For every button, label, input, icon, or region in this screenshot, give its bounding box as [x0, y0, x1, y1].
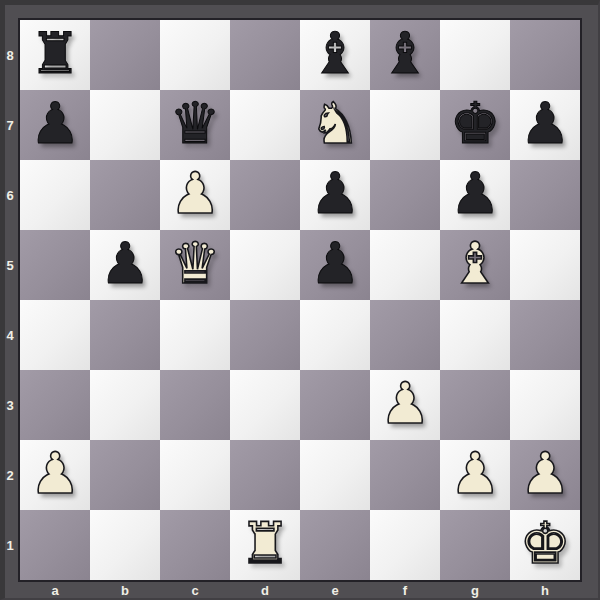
square-g4[interactable] — [440, 300, 510, 370]
square-c3[interactable] — [160, 370, 230, 440]
rank-labels: 87654321 — [0, 20, 20, 580]
square-d4[interactable] — [230, 300, 300, 370]
square-c1[interactable] — [160, 510, 230, 580]
square-a6[interactable] — [20, 160, 90, 230]
square-c5[interactable]: ♛ — [160, 230, 230, 300]
square-b1[interactable] — [90, 510, 160, 580]
square-h4[interactable] — [510, 300, 580, 370]
square-f2[interactable] — [370, 440, 440, 510]
file-labels: abcdefgh — [20, 580, 580, 600]
piece-white-knight: ♞ — [300, 88, 370, 158]
square-h5[interactable] — [510, 230, 580, 300]
square-b8[interactable] — [90, 20, 160, 90]
piece-white-pawn: ♟ — [440, 438, 510, 508]
square-f1[interactable] — [370, 510, 440, 580]
square-a5[interactable] — [20, 230, 90, 300]
square-f7[interactable] — [370, 90, 440, 160]
piece-black-queen: ♛ — [160, 88, 230, 158]
square-d2[interactable] — [230, 440, 300, 510]
file-label: d — [230, 580, 300, 600]
square-d3[interactable] — [230, 370, 300, 440]
file-label: f — [370, 580, 440, 600]
rank-label: 8 — [0, 20, 20, 90]
square-a4[interactable] — [20, 300, 90, 370]
piece-white-rook: ♜ — [230, 508, 300, 578]
square-h7[interactable]: ♟ — [510, 90, 580, 160]
piece-white-pawn: ♟ — [510, 438, 580, 508]
piece-black-king: ♚ — [440, 88, 510, 158]
square-h6[interactable] — [510, 160, 580, 230]
square-e2[interactable] — [300, 440, 370, 510]
square-f3[interactable]: ♟ — [370, 370, 440, 440]
piece-white-queen: ♛ — [160, 228, 230, 298]
piece-black-bishop: ♝ — [300, 18, 370, 88]
square-f8[interactable]: ♝ — [370, 20, 440, 90]
square-c2[interactable] — [160, 440, 230, 510]
square-b4[interactable] — [90, 300, 160, 370]
square-g3[interactable] — [440, 370, 510, 440]
square-g5[interactable]: ♝ — [440, 230, 510, 300]
square-d6[interactable] — [230, 160, 300, 230]
square-d5[interactable] — [230, 230, 300, 300]
rank-label: 4 — [0, 300, 20, 370]
square-b2[interactable] — [90, 440, 160, 510]
square-d1[interactable]: ♜ — [230, 510, 300, 580]
square-g8[interactable] — [440, 20, 510, 90]
square-b6[interactable] — [90, 160, 160, 230]
rank-label: 3 — [0, 370, 20, 440]
square-f4[interactable] — [370, 300, 440, 370]
piece-black-bishop: ♝ — [370, 18, 440, 88]
file-label: g — [440, 580, 510, 600]
square-h2[interactable]: ♟ — [510, 440, 580, 510]
file-label: a — [20, 580, 90, 600]
square-a3[interactable] — [20, 370, 90, 440]
piece-black-pawn: ♟ — [300, 158, 370, 228]
square-d8[interactable] — [230, 20, 300, 90]
square-e8[interactable]: ♝ — [300, 20, 370, 90]
square-g6[interactable]: ♟ — [440, 160, 510, 230]
square-h1[interactable]: ♚ — [510, 510, 580, 580]
square-a1[interactable] — [20, 510, 90, 580]
square-e6[interactable]: ♟ — [300, 160, 370, 230]
file-label: h — [510, 580, 580, 600]
square-h8[interactable] — [510, 20, 580, 90]
square-b7[interactable] — [90, 90, 160, 160]
piece-black-pawn: ♟ — [510, 88, 580, 158]
rank-label: 6 — [0, 160, 20, 230]
piece-white-pawn: ♟ — [160, 158, 230, 228]
piece-white-bishop: ♝ — [440, 228, 510, 298]
square-f5[interactable] — [370, 230, 440, 300]
square-d7[interactable] — [230, 90, 300, 160]
piece-black-pawn: ♟ — [90, 228, 160, 298]
file-label: e — [300, 580, 370, 600]
square-a2[interactable]: ♟ — [20, 440, 90, 510]
file-label: b — [90, 580, 160, 600]
square-e1[interactable] — [300, 510, 370, 580]
square-c7[interactable]: ♛ — [160, 90, 230, 160]
piece-black-pawn: ♟ — [300, 228, 370, 298]
piece-black-pawn: ♟ — [20, 88, 90, 158]
square-g2[interactable]: ♟ — [440, 440, 510, 510]
piece-white-pawn: ♟ — [370, 368, 440, 438]
rank-label: 1 — [0, 510, 20, 580]
rank-label: 2 — [0, 440, 20, 510]
square-f6[interactable] — [370, 160, 440, 230]
square-a7[interactable]: ♟ — [20, 90, 90, 160]
square-c8[interactable] — [160, 20, 230, 90]
square-e4[interactable] — [300, 300, 370, 370]
board-frame: 87654321 abcdefgh ♜♝♝♟♛♞♚♟♟♟♟♟♛♟♝♟♟♟♟♜♚ — [0, 0, 600, 600]
rank-label: 7 — [0, 90, 20, 160]
piece-black-rook: ♜ — [20, 18, 90, 88]
square-g1[interactable] — [440, 510, 510, 580]
square-b3[interactable] — [90, 370, 160, 440]
file-label: c — [160, 580, 230, 600]
square-c4[interactable] — [160, 300, 230, 370]
square-h3[interactable] — [510, 370, 580, 440]
square-g7[interactable]: ♚ — [440, 90, 510, 160]
piece-white-pawn: ♟ — [20, 438, 90, 508]
piece-black-pawn: ♟ — [440, 158, 510, 228]
rank-label: 5 — [0, 230, 20, 300]
square-c6[interactable]: ♟ — [160, 160, 230, 230]
square-e3[interactable] — [300, 370, 370, 440]
square-e7[interactable]: ♞ — [300, 90, 370, 160]
piece-white-king: ♚ — [510, 508, 580, 578]
square-a8[interactable]: ♜ — [20, 20, 90, 90]
chess-board: ♜♝♝♟♛♞♚♟♟♟♟♟♛♟♝♟♟♟♟♜♚ — [20, 20, 580, 580]
square-e5[interactable]: ♟ — [300, 230, 370, 300]
square-b5[interactable]: ♟ — [90, 230, 160, 300]
